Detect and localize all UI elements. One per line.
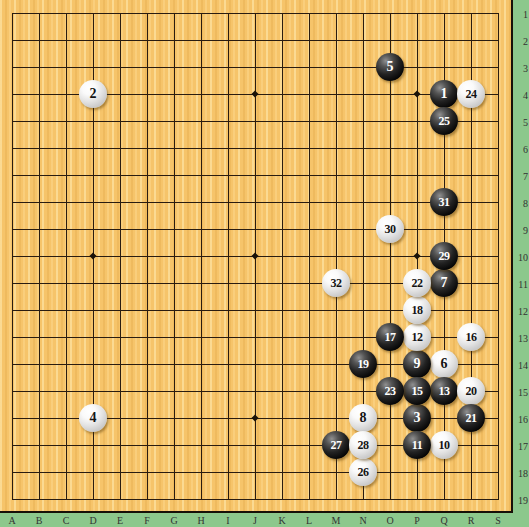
stone-white-6[interactable]: 6 bbox=[430, 350, 458, 378]
col-label-Q: Q bbox=[440, 515, 447, 526]
stone-black-5[interactable]: 5 bbox=[376, 53, 404, 81]
row-label-8: 8 bbox=[523, 198, 528, 209]
col-label-D: D bbox=[89, 515, 96, 526]
col-label-R: R bbox=[468, 515, 475, 526]
row-label-4: 4 bbox=[523, 90, 528, 101]
stone-black-7[interactable]: 7 bbox=[430, 269, 458, 297]
row-label-15: 15 bbox=[518, 387, 528, 398]
row-label-17: 17 bbox=[518, 441, 528, 452]
stone-black-27[interactable]: 27 bbox=[322, 431, 350, 459]
col-label-G: G bbox=[170, 515, 177, 526]
stone-white-8[interactable]: 8 bbox=[349, 404, 377, 432]
stone-white-12[interactable]: 12 bbox=[403, 323, 431, 351]
stone-black-17[interactable]: 17 bbox=[376, 323, 404, 351]
stone-white-10[interactable]: 10 bbox=[430, 431, 458, 459]
row-label-18: 18 bbox=[518, 468, 528, 479]
row-label-1: 1 bbox=[523, 9, 528, 20]
right-coordinate-strip: 12345678910111213141516171819 bbox=[513, 0, 529, 527]
stone-black-31[interactable]: 31 bbox=[430, 188, 458, 216]
col-label-J: J bbox=[253, 515, 257, 526]
col-label-O: O bbox=[386, 515, 393, 526]
col-label-C: C bbox=[63, 515, 70, 526]
go-board[interactable]: 1234567891011121315161718192021222324252… bbox=[0, 0, 513, 513]
stone-white-26[interactable]: 26 bbox=[349, 458, 377, 486]
col-label-N: N bbox=[359, 515, 366, 526]
go-diagram-screen: 1234567891011121315161718192021222324252… bbox=[0, 0, 529, 527]
stone-black-19[interactable]: 19 bbox=[349, 350, 377, 378]
row-label-2: 2 bbox=[523, 36, 528, 47]
row-label-6: 6 bbox=[523, 144, 528, 155]
row-label-11: 11 bbox=[518, 279, 528, 290]
col-label-I: I bbox=[226, 515, 229, 526]
stone-black-1[interactable]: 1 bbox=[430, 80, 458, 108]
stone-white-2[interactable]: 2 bbox=[79, 80, 107, 108]
bottom-coordinate-strip: ABCDEFGHIJKLMNOPQRS bbox=[0, 513, 513, 527]
stone-black-11[interactable]: 11 bbox=[403, 431, 431, 459]
stone-white-24[interactable]: 24 bbox=[457, 80, 485, 108]
stone-white-16[interactable]: 16 bbox=[457, 323, 485, 351]
col-label-P: P bbox=[414, 515, 420, 526]
stone-white-20[interactable]: 20 bbox=[457, 377, 485, 405]
row-label-5: 5 bbox=[523, 117, 528, 128]
stone-white-18[interactable]: 18 bbox=[403, 296, 431, 324]
row-label-3: 3 bbox=[523, 63, 528, 74]
row-label-16: 16 bbox=[518, 414, 528, 425]
stone-black-29[interactable]: 29 bbox=[430, 242, 458, 270]
row-label-9: 9 bbox=[523, 225, 528, 236]
stone-black-9[interactable]: 9 bbox=[403, 350, 431, 378]
stone-white-32[interactable]: 32 bbox=[322, 269, 350, 297]
stone-black-25[interactable]: 25 bbox=[430, 107, 458, 135]
stone-black-23[interactable]: 23 bbox=[376, 377, 404, 405]
col-label-A: A bbox=[8, 515, 15, 526]
row-label-12: 12 bbox=[518, 306, 528, 317]
row-label-13: 13 bbox=[518, 333, 528, 344]
stone-white-22[interactable]: 22 bbox=[403, 269, 431, 297]
stone-black-15[interactable]: 15 bbox=[403, 377, 431, 405]
stone-white-28[interactable]: 28 bbox=[349, 431, 377, 459]
stone-black-21[interactable]: 21 bbox=[457, 404, 485, 432]
row-label-19: 19 bbox=[518, 495, 528, 506]
col-label-M: M bbox=[332, 515, 341, 526]
col-label-B: B bbox=[36, 515, 43, 526]
row-label-7: 7 bbox=[523, 171, 528, 182]
col-label-E: E bbox=[117, 515, 123, 526]
col-label-L: L bbox=[306, 515, 312, 526]
stone-black-13[interactable]: 13 bbox=[430, 377, 458, 405]
row-label-14: 14 bbox=[518, 360, 528, 371]
row-label-10: 10 bbox=[518, 252, 528, 263]
col-label-F: F bbox=[144, 515, 150, 526]
col-label-K: K bbox=[278, 515, 285, 526]
stone-white-4[interactable]: 4 bbox=[79, 404, 107, 432]
stone-black-3[interactable]: 3 bbox=[403, 404, 431, 432]
col-label-S: S bbox=[495, 515, 501, 526]
col-label-H: H bbox=[197, 515, 204, 526]
stone-white-30[interactable]: 30 bbox=[376, 215, 404, 243]
